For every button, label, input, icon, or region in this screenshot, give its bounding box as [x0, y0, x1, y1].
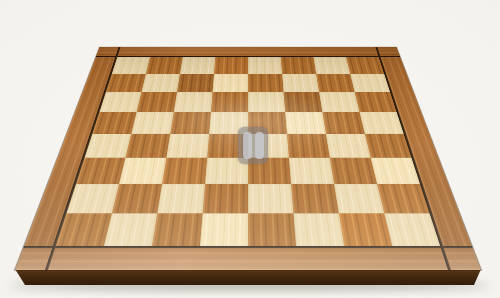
square-c2[interactable] — [157, 184, 205, 213]
square-f2[interactable] — [291, 184, 339, 213]
square-f6[interactable] — [284, 92, 323, 112]
square-f7[interactable] — [282, 74, 319, 92]
square-d2[interactable] — [203, 184, 248, 213]
square-b3[interactable] — [119, 158, 166, 184]
square-b4[interactable] — [125, 134, 170, 158]
square-c3[interactable] — [162, 158, 207, 184]
square-g5[interactable] — [322, 112, 364, 134]
square-e1[interactable] — [248, 213, 296, 246]
square-f5[interactable] — [285, 112, 326, 134]
square-a4[interactable] — [85, 134, 132, 158]
square-f3[interactable] — [289, 158, 334, 184]
square-b1[interactable] — [104, 213, 157, 246]
board-frame-bottom — [15, 248, 481, 270]
square-a3[interactable] — [76, 158, 125, 184]
square-b8[interactable] — [146, 57, 183, 74]
square-e8[interactable] — [248, 57, 282, 74]
square-g3[interactable] — [330, 158, 377, 184]
square-h7[interactable] — [350, 74, 390, 92]
square-h3[interactable] — [371, 158, 420, 184]
square-b7[interactable] — [141, 74, 179, 92]
square-d8[interactable] — [214, 57, 248, 74]
square-a5[interactable] — [92, 112, 136, 134]
square-a2[interactable] — [66, 184, 119, 213]
square-h5[interactable] — [359, 112, 403, 134]
square-c4[interactable] — [166, 134, 209, 158]
square-b5[interactable] — [131, 112, 173, 134]
square-a7[interactable] — [106, 74, 146, 92]
square-d6[interactable] — [211, 92, 248, 112]
square-d7[interactable] — [212, 74, 248, 92]
watermark-bar-left — [243, 132, 252, 159]
frame-groove-bottom — [23, 246, 473, 248]
square-d1[interactable] — [200, 213, 248, 246]
square-e6[interactable] — [248, 92, 285, 112]
square-g7[interactable] — [316, 74, 354, 92]
square-e7[interactable] — [248, 74, 284, 92]
square-c5[interactable] — [170, 112, 211, 134]
square-g2[interactable] — [334, 184, 384, 213]
photo-background — [0, 0, 500, 298]
square-g1[interactable] — [339, 213, 392, 246]
square-g4[interactable] — [326, 134, 371, 158]
watermark — [238, 127, 268, 164]
square-h4[interactable] — [365, 134, 412, 158]
square-e2[interactable] — [248, 184, 293, 213]
square-c1[interactable] — [152, 213, 203, 246]
square-f1[interactable] — [293, 213, 344, 246]
square-h6[interactable] — [355, 92, 397, 112]
square-g6[interactable] — [319, 92, 359, 112]
square-f8[interactable] — [281, 57, 316, 74]
square-a1[interactable] — [56, 213, 112, 246]
square-h2[interactable] — [377, 184, 430, 213]
square-c8[interactable] — [180, 57, 215, 74]
square-a8[interactable] — [112, 57, 150, 74]
board-frame-top — [96, 47, 400, 56]
square-a6[interactable] — [99, 92, 141, 112]
square-f4[interactable] — [287, 134, 330, 158]
square-g8[interactable] — [313, 57, 350, 74]
watermark-bar-right — [255, 132, 264, 159]
square-h8[interactable] — [346, 57, 384, 74]
square-b6[interactable] — [137, 92, 177, 112]
square-c7[interactable] — [177, 74, 214, 92]
square-b2[interactable] — [112, 184, 162, 213]
square-c6[interactable] — [174, 92, 213, 112]
